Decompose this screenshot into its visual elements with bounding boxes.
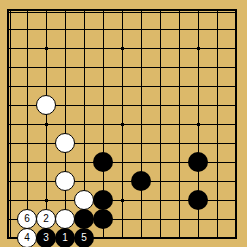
black-stone [93,209,113,229]
black-stone [188,152,208,172]
hoshi-point [197,47,200,50]
black-stone [93,190,113,210]
white-stone [74,190,94,210]
black-stone-move-1: 1 [55,228,75,247]
hoshi-point [45,123,48,126]
hoshi-point [121,123,124,126]
black-stone-move-3: 3 [36,228,56,247]
black-stone [74,209,94,229]
white-stone-move-4: 4 [17,228,37,247]
go-board: 624315 [0,0,247,247]
hoshi-point [121,199,124,202]
white-stone [55,171,75,191]
white-stone [55,133,75,153]
black-stone-move-5: 5 [74,228,94,247]
white-stone [36,95,56,115]
hoshi-point [45,47,48,50]
black-stone [188,190,208,210]
black-stone [93,152,113,172]
black-stone [131,171,151,191]
hoshi-point [197,123,200,126]
white-stone-move-6: 6 [17,209,37,229]
hoshi-point [121,47,124,50]
white-stone-move-2: 2 [36,209,56,229]
white-stone [55,209,75,229]
hoshi-point [45,199,48,202]
